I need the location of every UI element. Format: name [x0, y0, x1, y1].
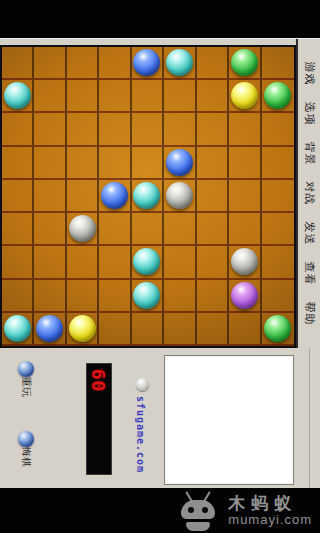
replay-button[interactable]: 重玩 — [10, 361, 42, 419]
board-cell[interactable] — [164, 280, 196, 313]
menu-item-label: 选项 — [302, 101, 317, 125]
board-cell[interactable] — [132, 180, 164, 213]
board-cell[interactable] — [132, 113, 164, 146]
board-cell[interactable] — [229, 113, 261, 146]
board-cell[interactable] — [67, 147, 99, 180]
board-cell[interactable] — [132, 47, 164, 80]
mumayi-robot-ant-icon — [177, 491, 219, 531]
ball-green[interactable] — [264, 315, 291, 342]
mumayi-watermark: 木蚂蚁 mumayi.com — [177, 491, 312, 531]
board-cell[interactable] — [197, 313, 229, 346]
board-cell[interactable] — [67, 246, 99, 279]
menu-item-label: 发送 — [302, 221, 317, 245]
board-cell[interactable] — [262, 180, 294, 213]
menu-item-label: 背景 — [302, 141, 317, 165]
board-cell[interactable] — [99, 47, 131, 80]
board-cell[interactable] — [262, 147, 294, 180]
board-cell[interactable] — [229, 80, 261, 113]
board-cell[interactable] — [229, 147, 261, 180]
blue-sphere-icon — [18, 431, 34, 447]
board-cell[interactable] — [34, 313, 66, 346]
site-label: sfugame.com — [136, 395, 147, 472]
score-display: 60 — [86, 363, 112, 475]
menu-item-battle[interactable]: 对战 — [298, 175, 320, 211]
board-cell[interactable] — [99, 213, 131, 246]
site-link-area: sfugame.com — [130, 391, 152, 477]
ball-blue[interactable] — [36, 315, 63, 342]
board-cell[interactable] — [2, 47, 34, 80]
board-cell[interactable] — [99, 147, 131, 180]
menu-item-options[interactable]: 选项 — [298, 95, 320, 131]
menu-item-background[interactable]: 背景 — [298, 135, 320, 171]
board-cell[interactable] — [67, 280, 99, 313]
board-cell[interactable] — [67, 47, 99, 80]
board-cell[interactable] — [2, 113, 34, 146]
board-cell[interactable] — [229, 47, 261, 80]
board-cell[interactable] — [132, 80, 164, 113]
board-cell[interactable] — [2, 313, 34, 346]
board-cell[interactable] — [34, 113, 66, 146]
board-cell[interactable] — [229, 180, 261, 213]
board-cell[interactable] — [197, 280, 229, 313]
ball-cyan[interactable] — [133, 182, 160, 209]
board-cell[interactable] — [229, 213, 261, 246]
menu-item-send[interactable]: 发送 — [298, 215, 320, 251]
board-cell[interactable] — [229, 246, 261, 279]
board-cell[interactable] — [132, 246, 164, 279]
game-window: 游戏 选项 背景 对战 发送 查看 帮助 重玩 悔棋 60 — [0, 38, 320, 489]
top-black-area — [0, 0, 320, 38]
ball-yellow[interactable] — [231, 82, 258, 109]
watermark-site: mumayi.com — [228, 513, 312, 527]
board-cell[interactable] — [132, 313, 164, 346]
board-cell[interactable] — [164, 180, 196, 213]
board-cell[interactable] — [34, 80, 66, 113]
board-cell[interactable] — [2, 246, 34, 279]
ball-cyan[interactable] — [166, 49, 193, 76]
ball-cyan[interactable] — [4, 82, 31, 109]
board-cell[interactable] — [67, 80, 99, 113]
board-cell[interactable] — [34, 180, 66, 213]
board-cell[interactable] — [2, 213, 34, 246]
board-cell[interactable] — [262, 113, 294, 146]
board-cell[interactable] — [34, 147, 66, 180]
blue-sphere-icon — [18, 361, 34, 377]
board-cell[interactable] — [99, 246, 131, 279]
board-cell[interactable] — [229, 280, 261, 313]
menu-item-game[interactable]: 游戏 — [298, 55, 320, 91]
bottom-bar: 木蚂蚁 mumayi.com — [0, 488, 320, 533]
ball-purple[interactable] — [231, 282, 258, 309]
menu-item-label: 帮助 — [302, 301, 317, 325]
board-cell[interactable] — [197, 80, 229, 113]
board-cell[interactable] — [197, 246, 229, 279]
panel-seam-divider — [309, 348, 311, 489]
board-cell[interactable] — [34, 246, 66, 279]
board-cell[interactable] — [262, 280, 294, 313]
board-grid — [2, 47, 294, 346]
board-cell[interactable] — [164, 147, 196, 180]
replay-button-label: 重玩 — [19, 377, 33, 397]
board-cell[interactable] — [2, 80, 34, 113]
score-value: 60 — [89, 368, 110, 392]
board-cell[interactable] — [164, 113, 196, 146]
board-cell[interactable] — [132, 213, 164, 246]
board-cell[interactable] — [164, 47, 196, 80]
board-cell[interactable] — [132, 147, 164, 180]
board-cell[interactable] — [164, 246, 196, 279]
gray-sphere-icon — [136, 378, 149, 391]
watermark-brand: 木蚂蚁 — [228, 495, 312, 514]
undo-button-label: 悔棋 — [19, 447, 33, 467]
board-cell[interactable] — [197, 180, 229, 213]
board-cell[interactable] — [99, 113, 131, 146]
board-cell[interactable] — [99, 313, 131, 346]
menu-item-label: 查看 — [302, 261, 317, 285]
preview-panel — [164, 355, 294, 485]
board-cell[interactable] — [99, 280, 131, 313]
ball-blue[interactable] — [166, 149, 193, 176]
ball-silver[interactable] — [231, 248, 258, 275]
board-cell[interactable] — [164, 313, 196, 346]
board-cell[interactable] — [2, 180, 34, 213]
board-cell[interactable] — [132, 280, 164, 313]
board-cell[interactable] — [262, 213, 294, 246]
board-cell[interactable] — [67, 313, 99, 346]
board-cell[interactable] — [197, 113, 229, 146]
menu-item-view[interactable]: 查看 — [298, 255, 320, 291]
board-cell[interactable] — [262, 47, 294, 80]
ball-green[interactable] — [231, 49, 258, 76]
board-cell[interactable] — [2, 280, 34, 313]
board-cell[interactable] — [67, 213, 99, 246]
ball-green[interactable] — [264, 82, 291, 109]
board-cell[interactable] — [34, 213, 66, 246]
board-cell[interactable] — [67, 113, 99, 146]
phone-screen: 游戏 选项 背景 对战 发送 查看 帮助 重玩 悔棋 60 — [0, 0, 320, 533]
board-cell[interactable] — [34, 280, 66, 313]
ball-blue[interactable] — [101, 182, 128, 209]
board-cell[interactable] — [262, 313, 294, 346]
board-cell[interactable] — [67, 180, 99, 213]
ball-blue[interactable] — [133, 49, 160, 76]
ball-cyan[interactable] — [133, 248, 160, 275]
board-cell[interactable] — [164, 80, 196, 113]
board-cell[interactable] — [229, 313, 261, 346]
board-cell[interactable] — [99, 80, 131, 113]
ball-cyan[interactable] — [133, 282, 160, 309]
board-cell[interactable] — [262, 246, 294, 279]
board-cell[interactable] — [99, 180, 131, 213]
board-cell[interactable] — [164, 213, 196, 246]
board-cell[interactable] — [197, 147, 229, 180]
menu-bar: 游戏 选项 背景 对战 发送 查看 帮助 — [296, 39, 320, 348]
board-cell[interactable] — [2, 147, 34, 180]
menu-item-help[interactable]: 帮助 — [298, 295, 320, 331]
board-cell[interactable] — [197, 47, 229, 80]
ball-silver[interactable] — [166, 182, 193, 209]
board-cell[interactable] — [262, 80, 294, 113]
ball-yellow[interactable] — [69, 315, 96, 342]
undo-button[interactable]: 悔棋 — [10, 431, 42, 489]
board-cell[interactable] — [34, 47, 66, 80]
menu-item-label: 对战 — [302, 181, 317, 205]
ball-cyan[interactable] — [4, 315, 31, 342]
game-board — [0, 45, 296, 348]
ball-silver[interactable] — [69, 215, 96, 242]
menu-item-label: 游戏 — [302, 61, 317, 85]
board-cell[interactable] — [197, 213, 229, 246]
